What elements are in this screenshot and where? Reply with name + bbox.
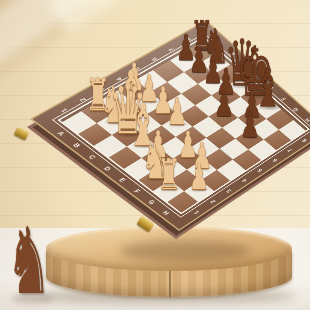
file-label-top-a: A: [214, 39, 223, 45]
file-label-bottom-b: B: [71, 142, 82, 149]
file-label-top-c: C: [241, 62, 250, 68]
rank-label-right-4: 4: [240, 178, 248, 184]
rank-label-right-6: 6: [271, 157, 279, 163]
standalone-knight-piece: ♞: [6, 216, 51, 308]
rank-label-right-1: 1: [192, 209, 201, 215]
file-label-top-b: B: [227, 51, 236, 57]
rank-label-left-5: 5: [132, 66, 141, 72]
file-label-top-d: D: [253, 74, 262, 80]
rank-label-left-2: 2: [78, 97, 88, 103]
rank-label-left-8: 8: [184, 37, 193, 43]
chess-set-photo: AABBCCDDEEFFGGHH1122334455667788 ♜♞♛♝♟♟♝…: [0, 0, 310, 310]
rank-label-left-1: 1: [59, 107, 69, 113]
file-label-bottom-g: G: [147, 199, 157, 206]
file-label-bottom-f: F: [132, 188, 142, 194]
file-label-top-e: E: [266, 85, 275, 91]
rank-label-right-8: 8: [301, 138, 309, 144]
file-label-bottom-d: D: [102, 165, 113, 172]
file-label-top-h: H: [303, 117, 310, 123]
file-label-bottom-a: A: [55, 130, 66, 137]
file-label-bottom-h: H: [161, 210, 171, 217]
rank-label-left-6: 6: [150, 56, 159, 62]
rank-label-left-7: 7: [167, 47, 176, 53]
rank-label-left-3: 3: [96, 86, 106, 92]
rank-label-left-4: 4: [114, 76, 124, 82]
rank-label-right-5: 5: [256, 168, 264, 174]
file-label-bottom-c: C: [87, 154, 98, 161]
file-label-top-f: F: [279, 96, 287, 102]
file-label-bottom-e: E: [117, 177, 127, 184]
rank-label-right-3: 3: [224, 188, 232, 194]
board-shadow-on-pedestal: [120, 240, 250, 262]
rank-label-right-7: 7: [286, 148, 294, 154]
rank-label-right-2: 2: [208, 199, 217, 205]
file-label-top-g: G: [291, 106, 300, 112]
